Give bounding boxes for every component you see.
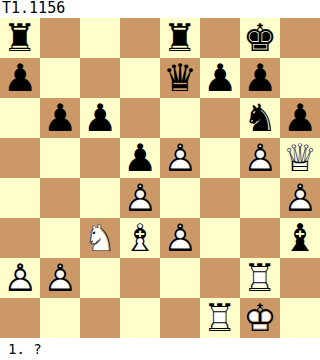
black-pawn-h6: ♟ bbox=[280, 98, 320, 138]
black-king-g8: ♚ bbox=[240, 18, 280, 58]
square-e5[interactable]: ♟♙ bbox=[160, 138, 200, 178]
square-g6[interactable]: ♞ bbox=[240, 98, 280, 138]
black-pawn-f7: ♟ bbox=[200, 58, 240, 98]
square-a3[interactable] bbox=[0, 218, 40, 258]
square-g7[interactable]: ♟ bbox=[240, 58, 280, 98]
square-g8[interactable]: ♚ bbox=[240, 18, 280, 58]
square-f8[interactable] bbox=[200, 18, 240, 58]
square-f1[interactable]: ♜♖ bbox=[200, 298, 240, 338]
square-h1[interactable] bbox=[280, 298, 320, 338]
square-f5[interactable] bbox=[200, 138, 240, 178]
square-c7[interactable] bbox=[80, 58, 120, 98]
square-d4[interactable]: ♟♙ bbox=[120, 178, 160, 218]
square-e6[interactable] bbox=[160, 98, 200, 138]
black-rook-e8: ♜ bbox=[160, 18, 200, 58]
square-e8[interactable]: ♜ bbox=[160, 18, 200, 58]
square-g4[interactable] bbox=[240, 178, 280, 218]
white-pawn-b2: ♟♙ bbox=[40, 258, 80, 298]
square-b5[interactable] bbox=[40, 138, 80, 178]
white-pawn-h4: ♟♙ bbox=[280, 178, 320, 218]
white-bishop-d3: ♝♗ bbox=[120, 218, 160, 258]
square-e2[interactable] bbox=[160, 258, 200, 298]
white-pawn-e3: ♟♙ bbox=[160, 218, 200, 258]
black-pawn-a7: ♟ bbox=[0, 58, 40, 98]
square-b4[interactable] bbox=[40, 178, 80, 218]
square-f3[interactable] bbox=[200, 218, 240, 258]
black-queen-e7: ♛ bbox=[160, 58, 200, 98]
square-e7[interactable]: ♛ bbox=[160, 58, 200, 98]
square-h2[interactable] bbox=[280, 258, 320, 298]
square-d3[interactable]: ♝♗ bbox=[120, 218, 160, 258]
chess-puzzle-app: T1.1156 ♜♜♚♟♛♟♟♟♟♞♟♟♟♙♟♙♛♕♟♙♟♙♞♘♝♗♟♙♝♟♙♟… bbox=[0, 0, 320, 360]
black-bishop-h3: ♝ bbox=[280, 218, 320, 258]
square-a7[interactable]: ♟ bbox=[0, 58, 40, 98]
square-d5[interactable]: ♟ bbox=[120, 138, 160, 178]
square-d6[interactable] bbox=[120, 98, 160, 138]
square-g5[interactable]: ♟♙ bbox=[240, 138, 280, 178]
black-pawn-d5: ♟ bbox=[120, 138, 160, 178]
white-rook-f1: ♜♖ bbox=[200, 298, 240, 338]
black-pawn-c6: ♟ bbox=[80, 98, 120, 138]
square-h6[interactable]: ♟ bbox=[280, 98, 320, 138]
white-knight-c3: ♞♘ bbox=[80, 218, 120, 258]
square-h7[interactable] bbox=[280, 58, 320, 98]
square-c6[interactable]: ♟ bbox=[80, 98, 120, 138]
square-c4[interactable] bbox=[80, 178, 120, 218]
square-a5[interactable] bbox=[0, 138, 40, 178]
square-b1[interactable] bbox=[40, 298, 80, 338]
square-b8[interactable] bbox=[40, 18, 80, 58]
white-pawn-g5: ♟♙ bbox=[240, 138, 280, 178]
white-queen-h5: ♛♕ bbox=[280, 138, 320, 178]
white-pawn-e5: ♟♙ bbox=[160, 138, 200, 178]
black-pawn-g7: ♟ bbox=[240, 58, 280, 98]
square-h4[interactable]: ♟♙ bbox=[280, 178, 320, 218]
square-a8[interactable]: ♜ bbox=[0, 18, 40, 58]
square-g1[interactable]: ♚♔ bbox=[240, 298, 280, 338]
square-b2[interactable]: ♟♙ bbox=[40, 258, 80, 298]
black-pawn-b6: ♟ bbox=[40, 98, 80, 138]
white-rook-g2: ♜♖ bbox=[240, 258, 280, 298]
square-d7[interactable] bbox=[120, 58, 160, 98]
square-c8[interactable] bbox=[80, 18, 120, 58]
square-f7[interactable]: ♟ bbox=[200, 58, 240, 98]
square-e3[interactable]: ♟♙ bbox=[160, 218, 200, 258]
square-c3[interactable]: ♞♘ bbox=[80, 218, 120, 258]
square-d2[interactable] bbox=[120, 258, 160, 298]
black-knight-g6: ♞ bbox=[240, 98, 280, 138]
square-d8[interactable] bbox=[120, 18, 160, 58]
square-b3[interactable] bbox=[40, 218, 80, 258]
square-f6[interactable] bbox=[200, 98, 240, 138]
square-c1[interactable] bbox=[80, 298, 120, 338]
square-d1[interactable] bbox=[120, 298, 160, 338]
white-pawn-a2: ♟♙ bbox=[0, 258, 40, 298]
square-g2[interactable]: ♜♖ bbox=[240, 258, 280, 298]
square-a4[interactable] bbox=[0, 178, 40, 218]
square-f4[interactable] bbox=[200, 178, 240, 218]
square-f2[interactable] bbox=[200, 258, 240, 298]
square-b6[interactable]: ♟ bbox=[40, 98, 80, 138]
black-rook-a8: ♜ bbox=[0, 18, 40, 58]
square-h8[interactable] bbox=[280, 18, 320, 58]
white-king-g1: ♚♔ bbox=[240, 298, 280, 338]
move-prompt: 1. ? bbox=[0, 338, 320, 360]
square-e4[interactable] bbox=[160, 178, 200, 218]
white-pawn-d4: ♟♙ bbox=[120, 178, 160, 218]
square-c2[interactable] bbox=[80, 258, 120, 298]
square-g3[interactable] bbox=[240, 218, 280, 258]
square-h3[interactable]: ♝ bbox=[280, 218, 320, 258]
square-a1[interactable] bbox=[0, 298, 40, 338]
square-a6[interactable] bbox=[0, 98, 40, 138]
square-c5[interactable] bbox=[80, 138, 120, 178]
square-b7[interactable] bbox=[40, 58, 80, 98]
square-a2[interactable]: ♟♙ bbox=[0, 258, 40, 298]
chess-board: ♜♜♚♟♛♟♟♟♟♞♟♟♟♙♟♙♛♕♟♙♟♙♞♘♝♗♟♙♝♟♙♟♙♜♖♜♖♚♔ bbox=[0, 18, 320, 338]
square-h5[interactable]: ♛♕ bbox=[280, 138, 320, 178]
square-e1[interactable] bbox=[160, 298, 200, 338]
